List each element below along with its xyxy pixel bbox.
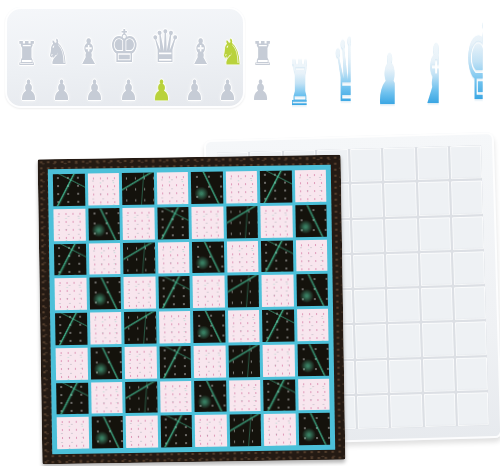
tray-cavity-rook: ♜ <box>251 38 274 69</box>
board-square <box>295 205 327 237</box>
board-square <box>57 417 89 449</box>
mold-cell <box>387 288 419 322</box>
mold-cell <box>352 219 384 253</box>
board-square <box>157 242 189 274</box>
board-square <box>191 171 223 203</box>
mold-cell <box>419 217 451 251</box>
board-square <box>192 241 224 273</box>
tray-cavity-pawn: ♟ <box>85 78 105 105</box>
mold-cell <box>453 251 485 285</box>
board-square <box>194 345 226 377</box>
board-square <box>53 208 85 240</box>
mold-cell <box>389 359 421 393</box>
board-square <box>298 378 330 410</box>
cast-piece-pawn: ♟ <box>375 48 394 112</box>
mold-cell <box>456 357 488 391</box>
board-square <box>159 346 191 378</box>
chess-board-grid <box>53 170 330 449</box>
board-square <box>227 275 259 307</box>
tray-cavity-knight-green: ♞ <box>220 36 244 69</box>
board-square <box>228 310 260 342</box>
board-square <box>125 346 157 378</box>
board-square <box>54 243 86 275</box>
tray-cavity-pawn: ♟ <box>251 78 271 105</box>
mold-cell <box>350 148 382 182</box>
mold-cell <box>355 324 387 358</box>
mold-cell <box>353 254 385 288</box>
tray-cavity-knight: ♞ <box>45 36 69 69</box>
tray-major-pieces-row: ♜♞♝♚♛♝♞♜ <box>12 9 277 69</box>
board-square <box>55 313 87 345</box>
cast-piece-queen: ♛ <box>331 31 350 112</box>
mold-cell <box>422 358 454 392</box>
board-square <box>56 382 88 414</box>
board-square <box>191 206 223 238</box>
board-square <box>261 240 293 272</box>
board-square <box>126 416 158 448</box>
mold-cell <box>390 394 422 428</box>
mold-cell <box>386 253 418 287</box>
finished-chess-board <box>38 155 346 465</box>
board-square <box>261 275 293 307</box>
cast-piece-king: ♚ <box>463 11 482 112</box>
mold-cell <box>418 182 450 216</box>
mold-cell <box>457 392 489 426</box>
board-square <box>124 312 156 344</box>
cast-pieces-row: ♜♛♟♝♚ <box>276 0 494 112</box>
tray-cavity-pawn: ♟ <box>185 78 205 105</box>
tray-cavity-pawn: ♟ <box>52 78 72 105</box>
board-square <box>160 381 192 413</box>
board-square <box>192 276 224 308</box>
tray-cavity-queen: ♛ <box>149 26 180 69</box>
mold-cell <box>420 252 452 286</box>
mold-cell <box>451 181 483 215</box>
board-square <box>123 242 155 274</box>
cast-piece-rook: ♜ <box>287 55 306 112</box>
board-square <box>297 344 329 376</box>
tray-cavity-bishop: ♝ <box>76 36 100 69</box>
board-square <box>264 414 296 446</box>
board-square <box>263 379 295 411</box>
board-frame <box>48 165 335 454</box>
mold-cell <box>385 218 417 252</box>
cast-piece-bishop: ♝ <box>419 37 438 112</box>
board-square <box>226 240 258 272</box>
mold-cell <box>417 146 449 180</box>
mold-cell <box>354 289 386 323</box>
tray-cavity-pawn: ♟ <box>218 78 238 105</box>
tray-cavity-rook: ♜ <box>15 38 38 69</box>
board-square <box>260 205 292 237</box>
mold-cell <box>450 145 482 179</box>
board-square <box>297 309 329 341</box>
board-square <box>88 208 120 240</box>
mold-cell <box>454 286 486 320</box>
tray-cavity-pawn: ♟ <box>118 78 138 105</box>
mold-cell <box>388 323 420 357</box>
tray-cavity-bishop: ♝ <box>189 36 213 69</box>
board-square <box>298 413 330 445</box>
mold-cell <box>455 322 487 356</box>
mold-cell <box>356 360 388 394</box>
piece-mold-tray: ♜♞♝♚♛♝♞♜ ♟♟♟♟♟♟♟♟ <box>5 7 245 108</box>
board-square <box>225 171 257 203</box>
board-square <box>157 207 189 239</box>
board-square <box>194 380 226 412</box>
board-square <box>87 173 119 205</box>
board-square <box>160 415 192 447</box>
board-square <box>156 172 188 204</box>
board-square <box>88 243 120 275</box>
board-square <box>193 310 225 342</box>
board-square <box>53 174 85 206</box>
board-square <box>229 414 261 446</box>
board-square <box>159 311 191 343</box>
board-square <box>122 173 154 205</box>
mold-cell <box>384 182 416 216</box>
board-square <box>90 347 122 379</box>
board-square <box>262 309 294 341</box>
tray-cavity-king: ♚ <box>109 26 140 69</box>
board-square <box>226 206 258 238</box>
board-square <box>56 347 88 379</box>
tray-cavity-pawn: ♟ <box>19 78 39 105</box>
mold-cell <box>421 322 453 356</box>
board-square <box>296 274 328 306</box>
mold-cell <box>357 395 389 429</box>
board-square <box>91 416 123 448</box>
board-square <box>125 381 157 413</box>
mold-cell <box>423 393 455 427</box>
board-square <box>122 207 154 239</box>
board-square <box>260 170 292 202</box>
board-square <box>123 277 155 309</box>
tray-pawn-row: ♟♟♟♟♟♟♟♟ <box>12 69 277 105</box>
board-square <box>294 170 326 202</box>
mold-cell <box>452 216 484 250</box>
board-square <box>158 276 190 308</box>
product-photo: ♜♞♝♚♛♝♞♜ ♟♟♟♟♟♟♟♟ ♜♛♟♝♚ <box>0 0 500 466</box>
board-square <box>229 379 261 411</box>
mold-cell <box>351 183 383 217</box>
board-square <box>90 312 122 344</box>
mold-cell <box>383 147 415 181</box>
board-square <box>91 382 123 414</box>
tray-cavity-pawn-green: ♟ <box>152 78 172 105</box>
board-square <box>263 344 295 376</box>
board-square <box>195 415 227 447</box>
board-square <box>295 239 327 271</box>
board-square <box>228 345 260 377</box>
board-square <box>54 278 86 310</box>
mold-cell <box>421 287 453 321</box>
board-square <box>89 277 121 309</box>
